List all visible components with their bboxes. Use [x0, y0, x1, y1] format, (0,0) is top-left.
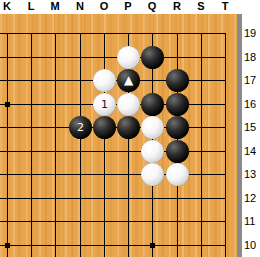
- column-label-K: K: [0, 0, 19, 13]
- grid-line-horizontal-11: [0, 221, 226, 222]
- column-label-L: L: [19, 0, 43, 13]
- stone-black-P17[interactable]: ▲: [117, 69, 140, 92]
- grid-line-vertical-M: [55, 33, 56, 257]
- stone-white-O17[interactable]: [93, 69, 116, 92]
- stone-black-O15[interactable]: [93, 116, 116, 139]
- move-number-label: 2: [77, 122, 84, 133]
- column-label-R: R: [165, 0, 189, 13]
- star-point-Q10: [150, 243, 155, 248]
- row-label-15: 15: [244, 120, 260, 134]
- row-label-18: 18: [244, 50, 260, 64]
- stone-black-N15[interactable]: 2: [69, 116, 92, 139]
- move-number-label: 1: [101, 99, 108, 110]
- row-label-11: 11: [244, 214, 260, 228]
- column-label-M: M: [43, 0, 67, 13]
- stone-black-R15[interactable]: [166, 116, 189, 139]
- column-label-S: S: [189, 0, 213, 13]
- grid-line-vertical-O: [104, 33, 105, 257]
- stone-white-R13[interactable]: [166, 163, 189, 186]
- row-label-14: 14: [244, 144, 260, 158]
- grid-line-horizontal-10: [0, 245, 226, 246]
- column-label-N: N: [68, 0, 92, 13]
- grid-line-horizontal-13: [0, 174, 226, 175]
- star-point-K16: [5, 102, 10, 107]
- stone-black-Q18[interactable]: [141, 46, 164, 69]
- column-label-Q: Q: [140, 0, 164, 13]
- stone-white-P18[interactable]: [117, 46, 140, 69]
- stone-black-Q16[interactable]: [141, 93, 164, 116]
- stone-white-Q13[interactable]: [141, 163, 164, 186]
- grid-line-vertical-K: [7, 33, 8, 257]
- stone-black-R16[interactable]: [166, 93, 189, 116]
- grid-line-vertical-N: [80, 33, 81, 257]
- star-point-K10: [5, 243, 10, 248]
- column-label-O: O: [92, 0, 116, 13]
- grid-line-vertical-T: [225, 33, 226, 257]
- row-label-10: 10: [244, 238, 260, 252]
- row-label-17: 17: [244, 73, 260, 87]
- go-diagram: ▲12KLMNOPQRST19181716151413121110: [0, 0, 260, 257]
- row-label-16: 16: [244, 97, 260, 111]
- stone-white-P16[interactable]: [117, 93, 140, 116]
- row-label-19: 19: [244, 26, 260, 40]
- grid-line-horizontal-12: [0, 198, 226, 199]
- grid-line-horizontal-14: [0, 151, 226, 152]
- column-label-T: T: [213, 0, 237, 13]
- stone-black-R17[interactable]: [166, 69, 189, 92]
- stone-black-P15[interactable]: [117, 116, 140, 139]
- stone-black-R14[interactable]: [166, 140, 189, 163]
- column-label-P: P: [116, 0, 140, 13]
- grid-line-vertical-L: [31, 33, 32, 257]
- row-label-12: 12: [244, 191, 260, 205]
- grid-line-vertical-S: [201, 33, 202, 257]
- grid-line-horizontal-18: [0, 57, 226, 58]
- stone-white-Q15[interactable]: [141, 116, 164, 139]
- grid-line-horizontal-19: [0, 33, 226, 34]
- triangle-marker-icon: ▲: [124, 74, 133, 86]
- stone-white-Q14[interactable]: [141, 140, 164, 163]
- row-label-13: 13: [244, 167, 260, 181]
- stone-white-O16[interactable]: 1: [93, 93, 116, 116]
